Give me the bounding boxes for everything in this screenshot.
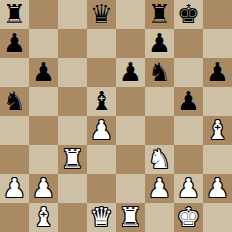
square-b8[interactable]: [29, 0, 58, 29]
black-knight-a5[interactable]: ♞: [0, 87, 29, 116]
square-h1[interactable]: [203, 203, 232, 232]
square-a2[interactable]: ♟: [0, 174, 29, 203]
square-h6[interactable]: ♟: [203, 58, 232, 87]
square-a5[interactable]: ♞: [0, 87, 29, 116]
black-pawn-a7[interactable]: ♟: [0, 29, 29, 58]
black-pawn-f7[interactable]: ♟: [145, 29, 174, 58]
white-knight-f3[interactable]: ♞: [145, 145, 174, 174]
white-pawn-f2[interactable]: ♟: [145, 174, 174, 203]
square-e1[interactable]: ♜: [116, 203, 145, 232]
square-b1[interactable]: ♝: [29, 203, 58, 232]
square-g8[interactable]: ♚: [174, 0, 203, 29]
white-bishop-b1[interactable]: ♝: [29, 203, 58, 232]
square-d1[interactable]: ♛: [87, 203, 116, 232]
white-bishop-h4[interactable]: ♝: [203, 116, 232, 145]
black-pawn-b6[interactable]: ♟: [29, 58, 58, 87]
square-a7[interactable]: ♟: [0, 29, 29, 58]
square-b4[interactable]: [29, 116, 58, 145]
white-rook-c3[interactable]: ♜: [58, 145, 87, 174]
square-g7[interactable]: [174, 29, 203, 58]
white-rook-e1[interactable]: ♜: [116, 203, 145, 232]
black-king-g8[interactable]: ♚: [174, 0, 203, 29]
square-d7[interactable]: [87, 29, 116, 58]
square-d4[interactable]: ♟: [87, 116, 116, 145]
square-c4[interactable]: [58, 116, 87, 145]
square-g4[interactable]: [174, 116, 203, 145]
white-pawn-a2[interactable]: ♟: [0, 174, 29, 203]
square-f6[interactable]: ♞: [145, 58, 174, 87]
square-g6[interactable]: [174, 58, 203, 87]
black-knight-f6[interactable]: ♞: [145, 58, 174, 87]
square-c7[interactable]: [58, 29, 87, 58]
square-f4[interactable]: [145, 116, 174, 145]
white-queen-d1[interactable]: ♛: [87, 203, 116, 232]
white-king-g1[interactable]: ♚: [174, 203, 203, 232]
square-a8[interactable]: ♜: [0, 0, 29, 29]
black-pawn-h6[interactable]: ♟: [203, 58, 232, 87]
square-f2[interactable]: ♟: [145, 174, 174, 203]
square-b6[interactable]: ♟: [29, 58, 58, 87]
square-d8[interactable]: ♛: [87, 0, 116, 29]
square-a6[interactable]: [0, 58, 29, 87]
square-d5[interactable]: ♝: [87, 87, 116, 116]
square-f3[interactable]: ♞: [145, 145, 174, 174]
square-c5[interactable]: [58, 87, 87, 116]
white-pawn-g2[interactable]: ♟: [174, 174, 203, 203]
square-c8[interactable]: [58, 0, 87, 29]
square-h8[interactable]: [203, 0, 232, 29]
square-b7[interactable]: [29, 29, 58, 58]
black-pawn-g5[interactable]: ♟: [174, 87, 203, 116]
square-e7[interactable]: [116, 29, 145, 58]
square-e3[interactable]: [116, 145, 145, 174]
square-e8[interactable]: [116, 0, 145, 29]
white-pawn-b2[interactable]: ♟: [29, 174, 58, 203]
square-h4[interactable]: ♝: [203, 116, 232, 145]
black-pawn-e6[interactable]: ♟: [116, 58, 145, 87]
square-h5[interactable]: [203, 87, 232, 116]
square-e4[interactable]: [116, 116, 145, 145]
black-rook-a8[interactable]: ♜: [0, 0, 29, 29]
square-a1[interactable]: [0, 203, 29, 232]
square-b2[interactable]: ♟: [29, 174, 58, 203]
chess-board: ♜♛♜♚♟♟♟♟♞♟♞♝♟♟♝♜♞♟♟♟♟♟♝♛♜♚: [0, 0, 232, 232]
square-b3[interactable]: [29, 145, 58, 174]
square-e6[interactable]: ♟: [116, 58, 145, 87]
square-c3[interactable]: ♜: [58, 145, 87, 174]
square-c1[interactable]: [58, 203, 87, 232]
white-pawn-d4[interactable]: ♟: [87, 116, 116, 145]
square-h3[interactable]: [203, 145, 232, 174]
square-b5[interactable]: [29, 87, 58, 116]
square-d3[interactable]: [87, 145, 116, 174]
black-bishop-d5[interactable]: ♝: [87, 87, 116, 116]
square-h2[interactable]: ♟: [203, 174, 232, 203]
black-queen-d8[interactable]: ♛: [87, 0, 116, 29]
square-f1[interactable]: [145, 203, 174, 232]
square-g2[interactable]: ♟: [174, 174, 203, 203]
square-g5[interactable]: ♟: [174, 87, 203, 116]
square-f5[interactable]: [145, 87, 174, 116]
black-rook-f8[interactable]: ♜: [145, 0, 174, 29]
square-g3[interactable]: [174, 145, 203, 174]
square-c2[interactable]: [58, 174, 87, 203]
square-c6[interactable]: [58, 58, 87, 87]
square-e5[interactable]: [116, 87, 145, 116]
white-pawn-h2[interactable]: ♟: [203, 174, 232, 203]
square-e2[interactable]: [116, 174, 145, 203]
square-a3[interactable]: [0, 145, 29, 174]
square-h7[interactable]: [203, 29, 232, 58]
square-d6[interactable]: [87, 58, 116, 87]
square-f8[interactable]: ♜: [145, 0, 174, 29]
square-f7[interactable]: ♟: [145, 29, 174, 58]
square-a4[interactable]: [0, 116, 29, 145]
square-g1[interactable]: ♚: [174, 203, 203, 232]
square-d2[interactable]: [87, 174, 116, 203]
